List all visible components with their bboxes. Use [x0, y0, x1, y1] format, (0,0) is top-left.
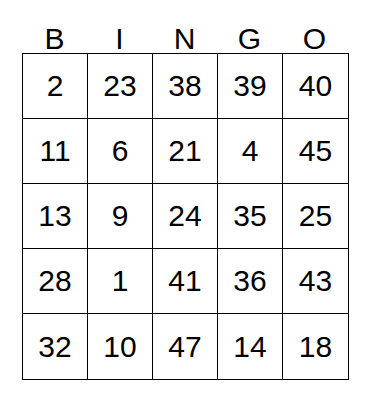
- bingo-cell-r4c5[interactable]: 43: [283, 249, 348, 314]
- bingo-cell-r2c5[interactable]: 45: [283, 119, 348, 184]
- bingo-cell-r2c1[interactable]: 11: [23, 119, 88, 184]
- bingo-cell-r1c5[interactable]: 40: [283, 54, 348, 119]
- bingo-cell-r1c4[interactable]: 39: [218, 54, 283, 119]
- bingo-cell-r3c3[interactable]: 24: [153, 184, 218, 249]
- bingo-cell-r2c2[interactable]: 6: [88, 119, 153, 184]
- bingo-cell-r1c1[interactable]: 2: [23, 54, 88, 119]
- bingo-cell-r5c5[interactable]: 18: [283, 314, 348, 379]
- bingo-cell-r4c2[interactable]: 1: [88, 249, 153, 314]
- bingo-header-row: B I N G O: [22, 20, 349, 53]
- bingo-cell-r5c2[interactable]: 10: [88, 314, 153, 379]
- bingo-cell-r3c4[interactable]: 35: [218, 184, 283, 249]
- header-letter-n: N: [174, 25, 196, 54]
- bingo-cell-r1c3[interactable]: 38: [153, 54, 218, 119]
- bingo-cell-r3c1[interactable]: 13: [23, 184, 88, 249]
- bingo-card-page: B I N G O 2 23 38 39 40 11 6 21 4 45 13 …: [0, 0, 368, 400]
- header-letter-i: I: [115, 25, 123, 54]
- bingo-cell-r5c1[interactable]: 32: [23, 314, 88, 379]
- bingo-cell-r1c2[interactable]: 23: [88, 54, 153, 119]
- header-letter-g: G: [238, 25, 261, 54]
- bingo-cell-r5c4[interactable]: 14: [218, 314, 283, 379]
- bingo-cell-r3c5[interactable]: 25: [283, 184, 348, 249]
- bingo-cell-r4c1[interactable]: 28: [23, 249, 88, 314]
- header-letter-o: O: [303, 25, 326, 54]
- bingo-card: B I N G O 2 23 38 39 40 11 6 21 4 45 13 …: [22, 20, 349, 380]
- bingo-cell-r4c3[interactable]: 41: [153, 249, 218, 314]
- bingo-cell-r2c3[interactable]: 21: [153, 119, 218, 184]
- bingo-cell-r3c2[interactable]: 9: [88, 184, 153, 249]
- bingo-cell-r5c3[interactable]: 47: [153, 314, 218, 379]
- header-letter-b: B: [44, 25, 64, 54]
- bingo-cell-r4c4[interactable]: 36: [218, 249, 283, 314]
- bingo-grid: 2 23 38 39 40 11 6 21 4 45 13 9 24 35 25…: [22, 53, 349, 380]
- bingo-cell-r2c4[interactable]: 4: [218, 119, 283, 184]
